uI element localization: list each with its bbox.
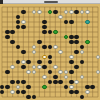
stone-white[interactable] <box>10 90 14 94</box>
stone-black[interactable] <box>90 85 94 89</box>
stone-black[interactable] <box>42 20 46 24</box>
stone-white[interactable] <box>53 45 57 49</box>
stone-black[interactable] <box>26 85 30 89</box>
stone-black[interactable] <box>21 25 25 29</box>
stone-black[interactable] <box>5 30 9 34</box>
stone-black[interactable] <box>74 50 78 54</box>
stone-white[interactable] <box>37 10 41 14</box>
stone-black[interactable] <box>42 25 46 29</box>
stone-black[interactable] <box>69 40 73 44</box>
stone-green-highlight[interactable] <box>53 30 57 34</box>
stone-white[interactable] <box>21 20 25 24</box>
window-title-smudge <box>44 1 58 3</box>
stone-black[interactable] <box>21 10 25 14</box>
go-app-window <box>0 0 100 100</box>
stone-black[interactable] <box>69 80 73 84</box>
stone-black[interactable] <box>5 35 9 39</box>
stone-black[interactable] <box>21 80 25 84</box>
stone-black[interactable] <box>10 30 14 34</box>
stone-white[interactable] <box>21 60 25 64</box>
stone-black[interactable] <box>53 75 57 79</box>
stone-black[interactable] <box>69 20 73 24</box>
stone-black[interactable] <box>42 65 46 69</box>
stone-black[interactable] <box>53 80 57 84</box>
stone-white[interactable] <box>58 70 62 74</box>
stone-white[interactable] <box>26 70 30 74</box>
stone-black[interactable] <box>53 10 57 14</box>
stone-white[interactable] <box>85 10 89 14</box>
stone-black[interactable] <box>69 35 73 39</box>
stone-black[interactable] <box>10 80 14 84</box>
stone-black[interactable] <box>74 40 78 44</box>
stone-black[interactable] <box>37 40 41 44</box>
stone-white[interactable] <box>53 65 57 69</box>
stone-black[interactable] <box>74 35 78 39</box>
stone-black[interactable] <box>42 45 46 49</box>
stone-black[interactable] <box>21 90 25 94</box>
stone-black[interactable] <box>58 80 62 84</box>
stone-white[interactable] <box>74 80 78 84</box>
stone-black[interactable] <box>10 40 14 44</box>
stone-white[interactable] <box>42 75 46 79</box>
stone-white[interactable] <box>69 85 73 89</box>
stone-black[interactable] <box>69 90 73 94</box>
stone-black[interactable] <box>37 60 41 64</box>
stone-white-ring-marker[interactable] <box>42 55 46 59</box>
stone-white[interactable] <box>58 15 62 19</box>
stone-green-highlight[interactable] <box>42 85 46 89</box>
stone-black[interactable] <box>5 70 9 74</box>
stone-black[interactable] <box>74 10 78 14</box>
stone-black[interactable] <box>85 85 89 89</box>
stone-black[interactable] <box>74 90 78 94</box>
stone-green-highlight[interactable] <box>85 40 89 44</box>
stone-white[interactable] <box>85 90 89 94</box>
stone-white[interactable] <box>69 10 73 14</box>
stone-black[interactable] <box>21 65 25 69</box>
stone-black[interactable] <box>69 60 73 64</box>
stone-black[interactable] <box>42 30 46 34</box>
go-board[interactable] <box>0 4 100 100</box>
stone-black[interactable] <box>5 85 9 89</box>
stone-black[interactable] <box>69 70 73 74</box>
stone-black[interactable] <box>74 65 78 69</box>
stone-white[interactable] <box>58 50 62 54</box>
stone-black[interactable] <box>26 95 30 99</box>
stone-black[interactable] <box>21 50 25 54</box>
stone-white[interactable] <box>37 65 41 69</box>
stone-teal-highlight[interactable] <box>85 20 89 24</box>
stone-black[interactable] <box>26 60 30 64</box>
stone-white[interactable] <box>10 65 14 69</box>
stone-white[interactable] <box>69 55 73 59</box>
